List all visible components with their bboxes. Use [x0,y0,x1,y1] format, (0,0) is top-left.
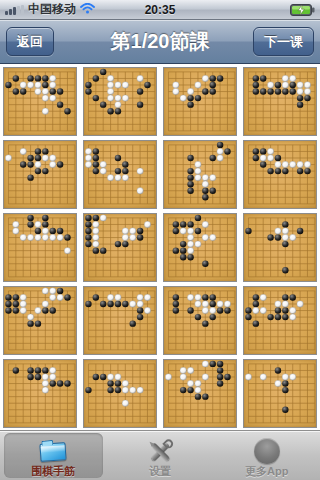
white-stone [20,294,26,300]
black-stone [115,301,121,307]
black-stone [42,168,48,174]
black-stone [42,307,48,313]
black-stone [282,221,288,227]
white-stone [35,82,41,88]
white-stone [267,82,273,88]
white-stone [282,301,288,307]
black-stone [107,387,113,393]
white-stone [107,374,113,380]
white-stone [107,82,113,88]
white-stone [42,88,48,94]
white-stone [195,82,201,88]
black-stone [245,314,251,320]
black-stone [115,241,121,247]
white-stone [100,161,106,167]
white-stone [195,168,201,174]
white-stone [195,387,201,393]
black-stone [115,155,121,161]
black-stone [187,181,193,187]
black-stone [93,374,99,380]
black-stone [253,75,259,81]
white-stone [85,155,91,161]
white-stone [27,234,33,240]
problem-thumbnail-10[interactable] [83,213,157,282]
black-stone [27,155,33,161]
black-stone [20,161,26,167]
white-stone [20,148,26,154]
white-stone [122,234,128,240]
white-stone [282,228,288,234]
black-stone [115,387,121,393]
white-stone [85,161,91,167]
black-stone [13,88,19,94]
white-stone [35,161,41,167]
black-stone [202,88,208,94]
white-stone [13,221,19,227]
white-stone [35,307,41,313]
white-stone [100,215,106,221]
white-stone [50,75,56,81]
problem-thumbnail-20[interactable] [243,359,317,428]
black-stone [282,407,288,413]
white-stone [282,161,288,167]
white-stone [115,82,121,88]
white-stone [144,221,150,227]
problem-thumbnail-13[interactable] [3,286,77,355]
white-stone [290,75,296,81]
black-stone [267,88,273,94]
black-stone [35,367,41,373]
white-stone [122,400,128,406]
black-stone [85,215,91,221]
white-stone [93,221,99,227]
white-stone [27,314,33,320]
tab-label: 围棋手筋 [31,465,75,477]
white-stone [217,148,223,154]
white-stone [93,234,99,240]
black-stone [100,247,106,253]
black-stone [137,101,143,107]
white-stone [187,367,193,373]
black-stone [93,75,99,81]
problem-grid [0,64,320,430]
back-button[interactable]: 返回 [6,27,54,56]
black-stone [217,380,223,386]
white-stone [64,247,70,253]
black-stone [282,307,288,313]
black-stone [210,88,216,94]
go-board [164,68,236,135]
white-stone [107,174,113,180]
white-stone [42,228,48,234]
white-stone [210,307,216,313]
white-stone [187,247,193,253]
status-bar: 中国移动 20:35 [0,0,320,20]
white-stone [130,228,136,234]
black-stone [20,88,26,94]
white-stone [5,155,11,161]
problem-thumbnail-4[interactable] [243,67,317,136]
black-stone [144,82,150,88]
black-stone [50,88,56,94]
white-stone [202,181,208,187]
black-stone [42,367,48,373]
tab-settings[interactable]: 设置 [107,431,214,480]
white-stone [50,95,56,101]
black-stone [187,174,193,180]
white-stone [144,294,150,300]
black-stone [180,241,186,247]
white-stone [290,161,296,167]
black-stone [137,234,143,240]
black-stone [245,307,251,313]
problem-thumbnail-8[interactable] [243,140,317,209]
black-stone [27,161,33,167]
white-stone [42,301,48,307]
white-stone [290,374,296,380]
black-stone [202,320,208,326]
problem-thumbnail-14[interactable] [83,286,157,355]
black-stone [27,215,33,221]
white-stone [130,387,136,393]
black-stone [297,95,303,101]
black-stone [253,82,259,88]
black-stone [57,101,63,107]
black-stone [187,387,193,393]
black-stone [260,161,266,167]
black-stone [202,294,208,300]
white-stone [195,294,201,300]
white-stone [304,88,310,94]
white-stone [137,301,143,307]
white-stone [20,234,26,240]
black-stone [304,168,310,174]
black-stone [115,380,121,386]
black-stone [260,148,266,154]
white-stone [137,387,143,393]
white-stone [42,108,48,114]
black-stone [195,228,201,234]
black-stone [85,82,91,88]
white-stone [42,155,48,161]
white-stone [187,228,193,234]
black-stone [173,228,179,234]
black-stone [35,155,41,161]
black-stone [260,75,266,81]
black-stone [187,221,193,227]
white-stone [27,82,33,88]
black-stone [137,314,143,320]
white-stone [42,234,48,240]
black-stone [282,88,288,94]
white-stone [42,288,48,294]
crossed-tools-icon [145,438,175,465]
white-stone [260,307,266,313]
white-stone [180,228,186,234]
white-stone [130,234,136,240]
problem-thumbnail-16[interactable] [243,286,317,355]
problem-thumbnail-2[interactable] [83,67,157,136]
black-stone [297,228,303,234]
white-stone [202,75,208,81]
black-stone [107,301,113,307]
go-board [244,287,316,354]
go-board [164,141,236,208]
black-stone [297,101,303,107]
go-board [4,141,76,208]
black-stone [173,301,179,307]
white-stone [50,367,56,373]
black-stone [100,69,106,75]
tab-bar: 围棋手筋 设置 更多App [0,430,320,480]
black-stone [217,361,223,367]
black-stone [13,301,19,307]
white-stone [100,168,106,174]
white-stone [202,361,208,367]
black-stone [195,393,201,399]
black-stone [85,387,91,393]
white-stone [187,88,193,94]
black-stone [187,101,193,107]
black-stone [35,228,41,234]
black-stone [93,247,99,253]
black-stone [42,215,48,221]
black-stone [122,301,128,307]
white-stone [180,367,186,373]
black-stone [85,88,91,94]
white-stone [107,95,113,101]
black-stone [122,168,128,174]
white-stone [275,301,281,307]
black-stone [100,374,106,380]
black-stone [50,380,56,386]
white-stone [187,241,193,247]
white-stone [137,75,143,81]
black-stone [5,82,11,88]
white-stone [282,75,288,81]
white-stone [290,234,296,240]
black-stone [217,367,223,373]
black-stone [210,82,216,88]
go-board [84,360,156,427]
white-stone [224,301,230,307]
black-stone [202,261,208,267]
black-stone [195,215,201,221]
white-stone [57,234,63,240]
black-stone [115,168,121,174]
black-stone [93,294,99,300]
white-stone [297,161,303,167]
go-board [164,287,236,354]
black-stone [202,188,208,194]
black-stone [224,307,230,313]
white-stone [173,88,179,94]
black-stone [35,148,41,154]
black-stone [93,215,99,221]
problem-thumbnail-18[interactable] [83,359,157,428]
black-stone [260,88,266,94]
black-stone [13,294,19,300]
white-stone [115,174,121,180]
white-stone [115,95,121,101]
go-board [84,68,156,135]
black-stone [187,95,193,101]
white-stone [297,301,303,307]
white-stone [217,301,223,307]
black-stone [282,267,288,273]
black-stone [57,161,63,167]
black-stone [202,194,208,200]
white-stone [122,95,128,101]
black-stone [42,82,48,88]
black-stone [27,320,33,326]
black-stone [187,168,193,174]
black-stone [245,228,251,234]
problem-thumbnail-5[interactable] [3,140,77,209]
black-stone [137,228,143,234]
clock: 20:35 [0,3,320,17]
black-stone [210,155,216,161]
white-stone [304,82,310,88]
white-stone [130,301,136,307]
go-board [4,287,76,354]
black-stone [224,148,230,154]
black-stone [187,155,193,161]
white-stone [210,174,216,180]
white-stone [260,374,266,380]
white-stone [195,380,201,386]
white-stone [57,294,63,300]
go-board [84,141,156,208]
white-stone [42,374,48,380]
black-stone [253,88,259,94]
go-board [4,360,76,427]
black-stone [275,367,281,373]
white-stone [304,161,310,167]
white-stone [180,374,186,380]
black-stone [253,320,259,326]
problem-thumbnail-6[interactable] [83,140,157,209]
problem-thumbnail-11[interactable] [163,213,237,282]
black-stone [210,361,216,367]
white-stone [290,314,296,320]
problem-thumbnail-17[interactable] [3,359,77,428]
white-stone [297,82,303,88]
black-stone [27,367,33,373]
black-stone [253,148,259,154]
problem-thumbnail-19[interactable] [163,359,237,428]
black-stone [107,108,113,114]
tab-go-tesuji[interactable]: 围棋手筋 [0,431,107,480]
black-stone [85,221,91,227]
black-stone [13,75,19,81]
black-stone [210,301,216,307]
tab-more-apps[interactable]: 更多App [213,431,320,480]
black-stone [304,95,310,101]
white-stone [180,95,186,101]
go-board [244,68,316,135]
white-stone [20,301,26,307]
problem-thumbnail-7[interactable] [163,140,237,209]
black-stone [210,314,216,320]
white-stone [202,301,208,307]
problem-thumbnail-9[interactable] [3,213,77,282]
black-stone [282,387,288,393]
white-stone [137,188,143,194]
blue-folder-icon [38,438,68,465]
white-stone [267,155,273,161]
black-stone [195,95,201,101]
black-stone [100,101,106,107]
white-stone [122,380,128,386]
black-stone [173,307,179,313]
white-stone [42,387,48,393]
white-stone [122,387,128,393]
black-stone [275,155,281,161]
go-board [164,214,236,281]
tab-label: 设置 [149,465,171,477]
black-stone [210,75,216,81]
black-stone [42,148,48,154]
black-stone [282,241,288,247]
white-stone [50,161,56,167]
gray-circle-icon [252,438,282,465]
black-stone [180,247,186,253]
black-stone [282,380,288,386]
problem-thumbnail-15[interactable] [163,286,237,355]
black-stone [93,168,99,174]
black-stone [50,228,56,234]
white-stone [282,234,288,240]
go-board [244,360,316,427]
black-stone [275,168,281,174]
black-stone [187,188,193,194]
black-stone [93,161,99,167]
black-stone [5,301,11,307]
white-stone [202,374,208,380]
problem-thumbnail-3[interactable] [163,67,237,136]
black-stone [187,307,193,313]
white-stone [35,234,41,240]
black-stone [27,374,33,380]
black-stone [173,247,179,253]
white-stone [50,288,56,294]
next-lesson-button[interactable]: 下一课 [253,27,314,56]
white-stone [137,168,143,174]
problem-thumbnail-12[interactable] [243,213,317,282]
white-stone [253,307,259,313]
white-stone [173,82,179,88]
white-stone [202,307,208,313]
go-board [244,141,316,208]
black-stone [290,88,296,94]
white-stone [13,228,19,234]
black-stone [35,320,41,326]
white-stone [260,155,266,161]
problem-thumbnail-1[interactable] [3,67,77,136]
black-stone [217,142,223,148]
white-stone [93,241,99,247]
white-stone [297,88,303,94]
white-stone [115,101,121,107]
white-stone [260,294,266,300]
black-stone [253,155,259,161]
white-stone [195,301,201,307]
black-stone [85,228,91,234]
white-stone [122,174,128,180]
black-stone [137,307,143,313]
black-stone [57,288,63,294]
